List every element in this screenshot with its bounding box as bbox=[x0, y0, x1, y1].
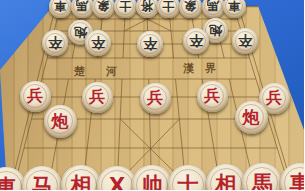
black-advisor-piece[interactable]: 士 bbox=[157, 0, 180, 18]
black-chariot-piece[interactable]: 車 bbox=[223, 0, 246, 18]
piece-character: 馬 bbox=[252, 173, 273, 191]
black-advisor-piece[interactable]: 士 bbox=[114, 0, 137, 18]
piece-character: 马 bbox=[32, 176, 53, 191]
piece-character: 馬 bbox=[76, 0, 88, 12]
black-soldier-piece[interactable]: 卒 bbox=[42, 30, 68, 56]
piece-character: 相 bbox=[71, 175, 92, 191]
piece-character: 車 bbox=[290, 173, 305, 191]
piece-character: 卒 bbox=[189, 34, 203, 48]
piece-character: 車 bbox=[0, 177, 17, 191]
piece-character: 炮 bbox=[52, 113, 69, 130]
piece-character: 兵 bbox=[147, 90, 163, 106]
black-horse-piece[interactable]: 馬 bbox=[71, 0, 94, 18]
piece-character: 馬 bbox=[207, 0, 219, 12]
piece-character: 将 bbox=[141, 0, 153, 12]
piece-character: X bbox=[109, 176, 125, 191]
red-cannon-piece[interactable]: 炮 bbox=[44, 105, 77, 138]
black-elephant-piece[interactable]: 象 bbox=[92, 0, 115, 18]
piece-character: 士 bbox=[162, 0, 174, 12]
piece-character: 士 bbox=[178, 175, 199, 191]
piece-character: 炮 bbox=[74, 26, 87, 39]
piece-character: 士 bbox=[119, 0, 131, 12]
piece-character: 象 bbox=[184, 0, 196, 12]
piece-character: 卒 bbox=[91, 36, 105, 50]
piece-character: 象 bbox=[97, 0, 109, 12]
piece-character: 兵 bbox=[266, 90, 282, 106]
piece-character: 帅 bbox=[142, 175, 163, 191]
red-soldier-piece[interactable]: 兵 bbox=[197, 81, 228, 112]
piece-character: 兵 bbox=[27, 88, 43, 104]
red-cannon-piece[interactable]: 炮 bbox=[235, 101, 268, 134]
river-text-chu-he: 楚河 bbox=[74, 64, 138, 79]
black-chariot-piece[interactable]: 車 bbox=[49, 0, 72, 18]
piece-character: 卒 bbox=[143, 37, 157, 51]
black-soldier-piece[interactable]: 卒 bbox=[232, 28, 258, 54]
piece-character: 兵 bbox=[204, 88, 220, 104]
black-soldier-piece[interactable]: 卒 bbox=[85, 30, 111, 56]
black-elephant-piece[interactable]: 象 bbox=[179, 0, 202, 18]
red-soldier-piece[interactable]: 兵 bbox=[82, 82, 113, 113]
red-soldier-piece[interactable]: 兵 bbox=[140, 83, 171, 114]
piece-character: 卒 bbox=[48, 36, 62, 50]
piece-character: 兵 bbox=[89, 89, 105, 105]
piece-character: 炮 bbox=[243, 109, 260, 126]
xiangqi-photo: 楚河 漢界 車馬象士将士象馬車炮炮卒卒卒卒卒兵兵兵兵兵炮炮車马相X帅士相馬車 bbox=[0, 0, 304, 190]
river-text-han-jie: 漢界 bbox=[183, 61, 227, 76]
piece-character: 車 bbox=[228, 0, 240, 12]
black-horse-piece[interactable]: 馬 bbox=[202, 0, 225, 18]
red-soldier-piece[interactable]: 兵 bbox=[20, 81, 51, 112]
black-soldier-piece[interactable]: 卒 bbox=[137, 31, 163, 57]
black-soldier-piece[interactable]: 卒 bbox=[183, 28, 209, 54]
black-general-piece[interactable]: 将 bbox=[136, 0, 159, 18]
piece-character: 炮 bbox=[209, 24, 222, 37]
piece-character: 卒 bbox=[238, 34, 252, 48]
piece-character: 車 bbox=[54, 0, 66, 12]
piece-character: 相 bbox=[216, 174, 237, 191]
